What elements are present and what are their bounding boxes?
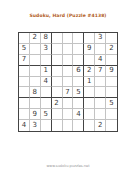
sudoku-cell-r7c4: 2 (52, 98, 63, 109)
sudoku-cell-r5c8 (95, 77, 106, 88)
sudoku-cell-r1c1 (19, 33, 30, 44)
sudoku-cell-r3c6 (73, 55, 84, 66)
sudoku-cell-r6c5: 7 (63, 87, 74, 98)
sudoku-cell-r7c9: 5 (106, 98, 117, 109)
sudoku-cell-r6c3 (41, 87, 52, 98)
sudoku-cell-r2c9: 2 (106, 44, 117, 55)
sudoku-cell-r8c1 (19, 109, 30, 120)
sudoku-cell-r7c2 (30, 98, 41, 109)
sudoku-page: Sudoku, Hard (Puzzle #4138) 283539274162… (0, 0, 136, 176)
sudoku-cell-r5c3: 4 (41, 77, 52, 88)
sudoku-cell-r8c7 (84, 109, 95, 120)
sudoku-cell-r1c4 (52, 33, 63, 44)
sudoku-cell-r9c4 (52, 120, 63, 131)
sudoku-cell-r4c7: 2 (84, 66, 95, 77)
sudoku-cell-r9c8: 2 (95, 120, 106, 131)
sudoku-cell-r9c3 (41, 120, 52, 131)
sudoku-cell-r7c1 (19, 98, 30, 109)
sudoku-cell-r5c4 (52, 77, 63, 88)
sudoku-cell-r5c7: 1 (84, 77, 95, 88)
sudoku-cell-r2c2 (30, 44, 41, 55)
sudoku-cell-r8c2: 9 (30, 109, 41, 120)
sudoku-cell-r1c9 (106, 33, 117, 44)
sudoku-board: 283539274162794187525954432 (18, 32, 118, 132)
sudoku-cell-r3c1: 7 (19, 55, 30, 66)
sudoku-cell-r3c5 (63, 55, 74, 66)
footer-url: www.sudoku-puzzles.net (0, 164, 136, 168)
sudoku-cell-r4c2 (30, 66, 41, 77)
sudoku-cell-r7c3 (41, 98, 52, 109)
sudoku-cell-r7c8 (95, 98, 106, 109)
sudoku-cell-r2c7: 9 (84, 44, 95, 55)
sudoku-cell-r1c8: 3 (95, 33, 106, 44)
sudoku-cell-r3c7 (84, 55, 95, 66)
sudoku-cell-r3c3 (41, 55, 52, 66)
sudoku-cell-r4c3: 1 (41, 66, 52, 77)
sudoku-cell-r3c2 (30, 55, 41, 66)
sudoku-cell-r5c2 (30, 77, 41, 88)
sudoku-cell-r1c5 (63, 33, 74, 44)
sudoku-cell-r6c9 (106, 87, 117, 98)
sudoku-cell-r1c6 (73, 33, 84, 44)
sudoku-cell-r6c8 (95, 87, 106, 98)
sudoku-cell-r6c1 (19, 87, 30, 98)
sudoku-cell-r9c6 (73, 120, 84, 131)
sudoku-cell-r2c3: 3 (41, 44, 52, 55)
sudoku-cell-r2c1: 5 (19, 44, 30, 55)
sudoku-cell-r2c6 (73, 44, 84, 55)
sudoku-cell-r2c5 (63, 44, 74, 55)
sudoku-cell-r4c5 (63, 66, 74, 77)
sudoku-cell-r9c2: 3 (30, 120, 41, 131)
sudoku-cell-r6c4 (52, 87, 63, 98)
sudoku-cell-r7c6 (73, 98, 84, 109)
sudoku-cell-r7c7 (84, 98, 95, 109)
sudoku-cell-r4c1 (19, 66, 30, 77)
sudoku-cell-r2c4 (52, 44, 63, 55)
sudoku-cell-r1c7 (84, 33, 95, 44)
sudoku-cell-r9c9 (106, 120, 117, 131)
sudoku-cell-r6c7 (84, 87, 95, 98)
sudoku-cell-r3c4 (52, 55, 63, 66)
sudoku-cell-r9c5 (63, 120, 74, 131)
sudoku-cell-r5c5 (63, 77, 74, 88)
sudoku-cell-r1c3: 8 (41, 33, 52, 44)
sudoku-cell-r1c2: 2 (30, 33, 41, 44)
sudoku-cell-r2c8 (95, 44, 106, 55)
sudoku-cell-r6c2: 8 (30, 87, 41, 98)
page-title: Sudoku, Hard (Puzzle #4138) (0, 13, 136, 18)
sudoku-cell-r9c1: 4 (19, 120, 30, 131)
sudoku-cell-r4c4 (52, 66, 63, 77)
sudoku-cell-r4c8: 7 (95, 66, 106, 77)
sudoku-cell-r5c9 (106, 77, 117, 88)
sudoku-cell-r6c6: 5 (73, 87, 84, 98)
sudoku-cell-r8c5 (63, 109, 74, 120)
sudoku-cell-r8c9 (106, 109, 117, 120)
sudoku-cell-r3c8: 4 (95, 55, 106, 66)
sudoku-cell-r3c9 (106, 55, 117, 66)
sudoku-cell-r4c6: 6 (73, 66, 84, 77)
sudoku-cell-r8c6: 4 (73, 109, 84, 120)
sudoku-cell-r4c9: 9 (106, 66, 117, 77)
sudoku-cell-r8c3: 5 (41, 109, 52, 120)
sudoku-cell-r9c7 (84, 120, 95, 131)
sudoku-cell-r5c6 (73, 77, 84, 88)
sudoku-cell-r5c1 (19, 77, 30, 88)
sudoku-cell-r8c4 (52, 109, 63, 120)
sudoku-cell-r8c8 (95, 109, 106, 120)
sudoku-cell-r7c5 (63, 98, 74, 109)
